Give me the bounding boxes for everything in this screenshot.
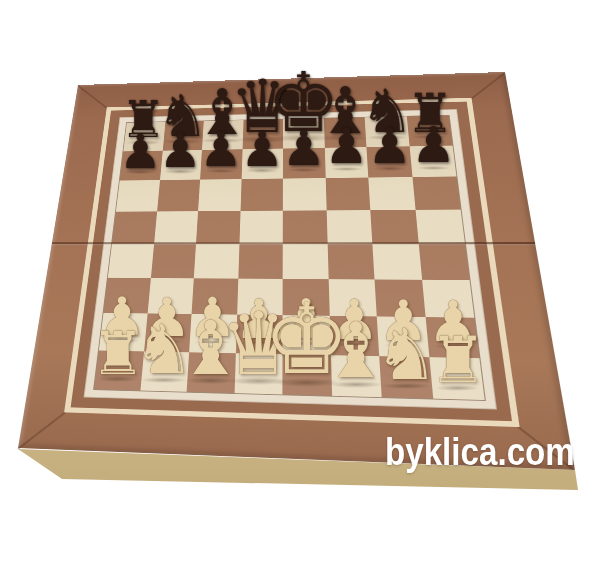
square-h4[interactable] bbox=[418, 244, 469, 280]
square-a6[interactable] bbox=[116, 180, 160, 211]
square-c4[interactable] bbox=[194, 244, 239, 279]
piece-black-pawn-b7[interactable]: ♟ bbox=[159, 126, 202, 174]
square-h5[interactable] bbox=[415, 209, 465, 243]
square-e6[interactable] bbox=[283, 178, 326, 210]
square-d5[interactable] bbox=[239, 210, 283, 243]
square-e4[interactable] bbox=[283, 244, 329, 279]
piece-black-pawn-c7[interactable]: ♟ bbox=[199, 125, 242, 173]
square-b5[interactable] bbox=[154, 211, 198, 244]
square-f5[interactable] bbox=[326, 210, 372, 244]
piece-black-pawn-h7[interactable]: ♟ bbox=[411, 120, 456, 170]
piece-black-pawn-g7[interactable]: ♟ bbox=[367, 121, 411, 170]
square-b4[interactable] bbox=[150, 244, 196, 278]
piece-black-pawn-a7[interactable]: ♟ bbox=[119, 127, 161, 174]
square-c5[interactable] bbox=[196, 211, 240, 244]
piece-black-pawn-f7[interactable]: ♟ bbox=[324, 122, 368, 171]
watermark: byklica.com bbox=[385, 430, 575, 474]
square-d6[interactable] bbox=[240, 179, 283, 211]
square-h6[interactable] bbox=[412, 176, 461, 209]
square-e5[interactable] bbox=[283, 210, 327, 244]
fold-seam bbox=[52, 242, 536, 244]
square-c6[interactable] bbox=[198, 179, 241, 211]
square-g4[interactable] bbox=[372, 244, 421, 280]
square-g5[interactable] bbox=[370, 209, 418, 243]
square-f6[interactable] bbox=[325, 178, 370, 211]
square-d4[interactable] bbox=[238, 244, 283, 279]
piece-white-rook-h1[interactable]: ♜ bbox=[429, 327, 486, 391]
square-g6[interactable] bbox=[368, 177, 415, 210]
piece-black-pawn-e7[interactable]: ♟ bbox=[282, 123, 326, 172]
square-a4[interactable] bbox=[108, 244, 154, 278]
piece-black-pawn-d7[interactable]: ♟ bbox=[240, 124, 283, 172]
square-a5[interactable] bbox=[112, 211, 157, 244]
square-f4[interactable] bbox=[327, 244, 374, 280]
square-b6[interactable] bbox=[157, 180, 200, 212]
product-photo-canvas: ♜♞♝♛♚♝♞♜♟♟♟♟♟♟♟♟♟♟♟♟♟♟♟♟♜♞♝♛♚♝♞♜ byklica… bbox=[0, 0, 600, 582]
